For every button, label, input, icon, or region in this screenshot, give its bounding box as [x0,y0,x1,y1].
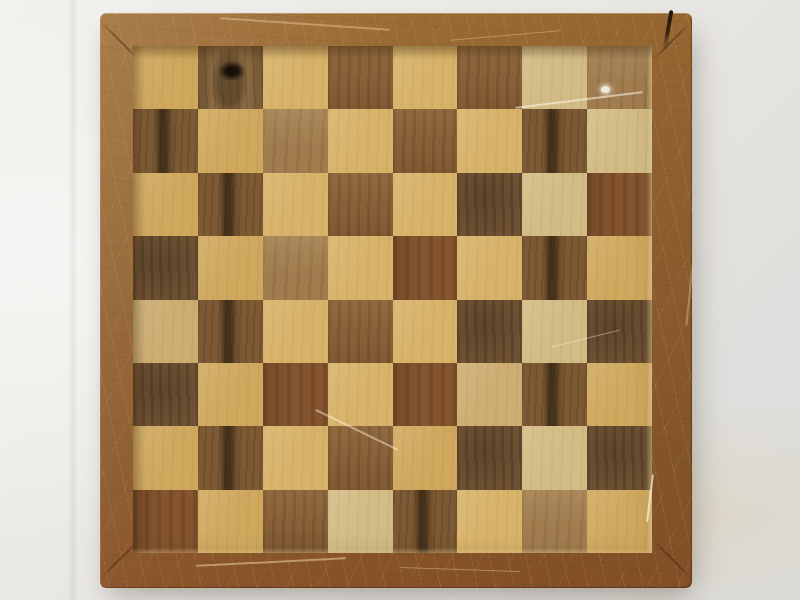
scratch-mark [196,557,346,566]
square-h8 [587,46,652,109]
square-e3 [393,363,458,426]
square-d4 [328,300,393,363]
square-h2 [587,426,652,489]
square-e4 [393,300,458,363]
square-b8 [198,46,263,109]
square-c2 [263,426,328,489]
square-c7 [263,109,328,172]
chessboard [133,46,652,553]
scratch-mark [220,17,390,30]
square-e7 [393,109,458,172]
square-e1 [393,490,458,553]
square-f7 [457,109,522,172]
square-e8 [393,46,458,109]
miter-seam-bottom-right [653,540,691,578]
square-h1 [587,490,652,553]
square-g3 [522,363,587,426]
square-g6 [522,173,587,236]
square-d5 [328,236,393,299]
square-a4 [133,300,198,363]
square-b7 [198,109,263,172]
square-h7 [587,109,652,172]
square-d8 [328,46,393,109]
square-a8 [133,46,198,109]
square-b6 [198,173,263,236]
square-d7 [328,109,393,172]
square-a7 [133,109,198,172]
board-area [133,46,652,553]
square-c8 [263,46,328,109]
square-a2 [133,426,198,489]
square-f5 [457,236,522,299]
scratch-mark [400,567,520,573]
square-c6 [263,173,328,236]
photo-background [0,0,800,600]
square-b4 [198,300,263,363]
square-g4 [522,300,587,363]
square-e2 [393,426,458,489]
square-g8 [522,46,587,109]
square-a1 [133,490,198,553]
square-d2 [328,426,393,489]
square-a5 [133,236,198,299]
square-g7 [522,109,587,172]
square-h5 [587,236,652,299]
square-b5 [198,236,263,299]
miter-seam-top-right [652,23,690,61]
square-h6 [587,173,652,236]
square-e5 [393,236,458,299]
square-f1 [457,490,522,553]
square-d6 [328,173,393,236]
square-h4 [587,300,652,363]
surface-shadow-line [68,0,78,600]
square-g1 [522,490,587,553]
square-f3 [457,363,522,426]
square-c4 [263,300,328,363]
square-b1 [198,490,263,553]
scratch-mark [450,30,560,41]
square-c5 [263,236,328,299]
square-d1 [328,490,393,553]
square-b2 [198,426,263,489]
square-f4 [457,300,522,363]
square-f2 [457,426,522,489]
square-f8 [457,46,522,109]
square-g5 [522,236,587,299]
wooden-chessboard-box [100,13,692,588]
square-f6 [457,173,522,236]
square-e6 [393,173,458,236]
square-a6 [133,173,198,236]
square-c1 [263,490,328,553]
square-d3 [328,363,393,426]
square-h3 [587,363,652,426]
frame-crack [663,10,674,50]
square-a3 [133,363,198,426]
square-b3 [198,363,263,426]
square-c3 [263,363,328,426]
scratch-mark [685,236,696,326]
square-g2 [522,426,587,489]
